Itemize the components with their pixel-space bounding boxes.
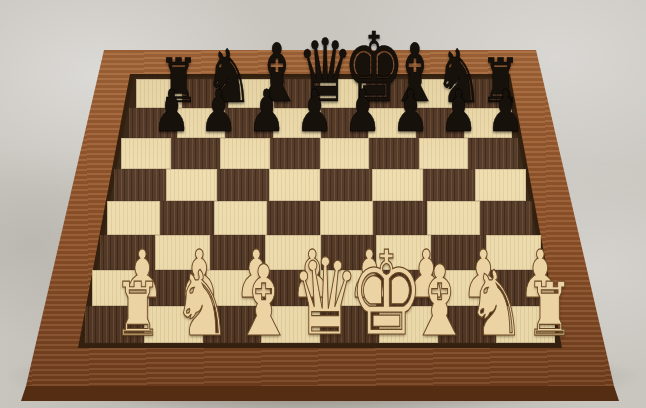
pieces-layer: ♜ ♞ ♝ ♛ ♚ ♝ ♞ ♜ ♟ ♟ ♟ ♟ ♟ ♟ ♟ ♟ ♟ ♟ ♟ ♟ … — [0, 0, 646, 408]
chess-board-photo: ♜ ♞ ♝ ♛ ♚ ♝ ♞ ♜ ♟ ♟ ♟ ♟ ♟ ♟ ♟ ♟ ♟ ♟ ♟ ♟ … — [0, 0, 646, 408]
